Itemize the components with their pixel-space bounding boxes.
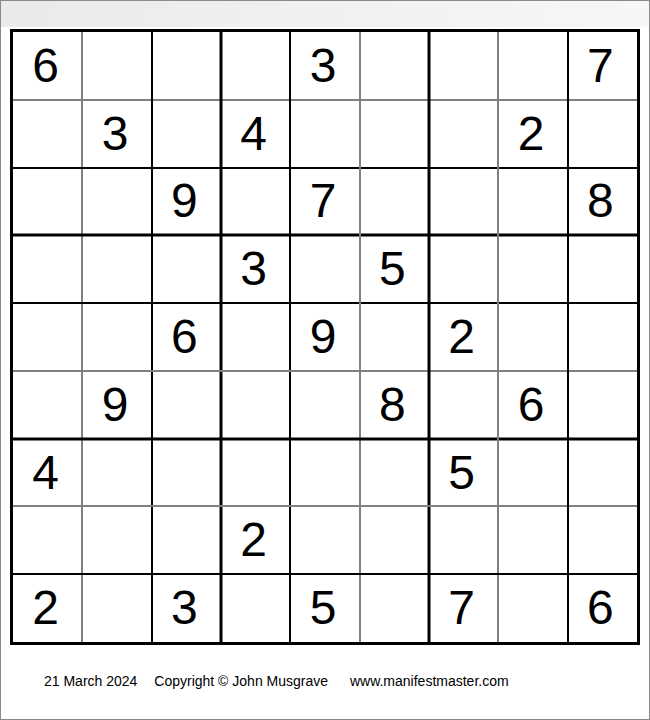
cell-r9c9[interactable]: 6 [568, 574, 637, 642]
given-digit: 6 [587, 584, 614, 632]
cell-r3c1[interactable] [13, 168, 82, 236]
cell-r7c5[interactable] [290, 439, 359, 507]
cell-r2c3[interactable] [152, 100, 221, 168]
cell-r9c4[interactable] [221, 574, 290, 642]
given-digit: 7 [587, 42, 614, 90]
copyright-text: Copyright © John Musgrave [154, 673, 328, 689]
given-digit: 9 [102, 381, 129, 429]
cell-r3c2[interactable] [82, 168, 151, 236]
cell-r8c6[interactable] [360, 506, 429, 574]
cell-r2c5[interactable] [290, 100, 359, 168]
cell-r6c3[interactable] [152, 371, 221, 439]
given-digit: 2 [448, 313, 475, 361]
cell-r3c3[interactable]: 9 [152, 168, 221, 236]
cell-r7c7[interactable]: 5 [429, 439, 498, 507]
given-digit: 3 [240, 245, 267, 293]
given-digit: 4 [240, 110, 267, 158]
cell-r7c1[interactable]: 4 [13, 439, 82, 507]
cell-r4c6[interactable]: 5 [360, 235, 429, 303]
cell-r3c7[interactable] [429, 168, 498, 236]
cell-r4c9[interactable] [568, 235, 637, 303]
cell-r6c6[interactable]: 8 [360, 371, 429, 439]
cell-r8c8[interactable] [498, 506, 567, 574]
cell-r1c7[interactable] [429, 32, 498, 100]
page: 6373429783569298645223576 21 March 2024 … [0, 0, 650, 720]
cell-r7c9[interactable] [568, 439, 637, 507]
cell-r8c3[interactable] [152, 506, 221, 574]
cell-r5c6[interactable] [360, 303, 429, 371]
cell-r9c3[interactable]: 3 [152, 574, 221, 642]
given-digit: 3 [171, 584, 198, 632]
cell-r1c5[interactable]: 3 [290, 32, 359, 100]
given-digit: 5 [310, 584, 337, 632]
cell-r7c8[interactable] [498, 439, 567, 507]
cell-r6c7[interactable] [429, 371, 498, 439]
cell-r5c8[interactable] [498, 303, 567, 371]
given-digit: 3 [310, 42, 337, 90]
cell-r9c8[interactable] [498, 574, 567, 642]
cell-r4c8[interactable] [498, 235, 567, 303]
cell-r5c7[interactable]: 2 [429, 303, 498, 371]
cell-r6c2[interactable]: 9 [82, 371, 151, 439]
cell-r1c1[interactable]: 6 [13, 32, 82, 100]
cell-r8c9[interactable] [568, 506, 637, 574]
cell-r8c4[interactable]: 2 [221, 506, 290, 574]
cell-r2c2[interactable]: 3 [82, 100, 151, 168]
given-digit: 3 [102, 110, 129, 158]
cell-r8c1[interactable] [13, 506, 82, 574]
cell-r3c9[interactable]: 8 [568, 168, 637, 236]
cell-r2c1[interactable] [13, 100, 82, 168]
given-digit: 2 [240, 516, 267, 564]
cell-r4c2[interactable] [82, 235, 151, 303]
top-bar [1, 1, 649, 27]
cell-r8c7[interactable] [429, 506, 498, 574]
cell-r7c6[interactable] [360, 439, 429, 507]
cell-r6c9[interactable] [568, 371, 637, 439]
given-digit: 4 [32, 449, 59, 497]
cell-r6c1[interactable] [13, 371, 82, 439]
given-digit: 2 [518, 110, 545, 158]
cell-r1c2[interactable] [82, 32, 151, 100]
cell-r4c3[interactable] [152, 235, 221, 303]
cell-r5c2[interactable] [82, 303, 151, 371]
cell-r3c6[interactable] [360, 168, 429, 236]
cell-r2c9[interactable] [568, 100, 637, 168]
cell-r1c6[interactable] [360, 32, 429, 100]
website-url: www.manifestmaster.com [350, 673, 509, 689]
cell-r9c5[interactable]: 5 [290, 574, 359, 642]
cell-r9c1[interactable]: 2 [13, 574, 82, 642]
given-digit: 9 [310, 313, 337, 361]
cell-r3c8[interactable] [498, 168, 567, 236]
given-digit: 6 [518, 381, 545, 429]
cell-r2c8[interactable]: 2 [498, 100, 567, 168]
cell-r8c2[interactable] [82, 506, 151, 574]
cell-r8c5[interactable] [290, 506, 359, 574]
cell-r1c4[interactable] [221, 32, 290, 100]
given-digit: 2 [32, 584, 59, 632]
given-digit: 7 [448, 584, 475, 632]
footer: 21 March 2024 Copyright © John Musgrave … [44, 671, 509, 691]
cell-r9c2[interactable] [82, 574, 151, 642]
cell-r5c5[interactable]: 9 [290, 303, 359, 371]
cell-r5c9[interactable] [568, 303, 637, 371]
cell-r1c9[interactable]: 7 [568, 32, 637, 100]
cell-r2c6[interactable] [360, 100, 429, 168]
given-digit: 6 [171, 313, 198, 361]
cell-r4c5[interactable] [290, 235, 359, 303]
cell-r7c4[interactable] [221, 439, 290, 507]
cell-r7c3[interactable] [152, 439, 221, 507]
given-digit: 9 [171, 177, 198, 225]
given-digit: 7 [310, 177, 337, 225]
cell-r2c7[interactable] [429, 100, 498, 168]
cell-r3c4[interactable] [221, 168, 290, 236]
cell-r5c3[interactable]: 6 [152, 303, 221, 371]
cell-r3c5[interactable]: 7 [290, 168, 359, 236]
given-digit: 8 [587, 177, 614, 225]
given-digit: 8 [379, 381, 406, 429]
cell-r1c8[interactable] [498, 32, 567, 100]
cell-r9c6[interactable] [360, 574, 429, 642]
given-digit: 5 [448, 449, 475, 497]
cell-r7c2[interactable] [82, 439, 151, 507]
cell-r9c7[interactable]: 7 [429, 574, 498, 642]
sudoku-cells: 6373429783569298645223576 [13, 32, 637, 642]
cell-r1c3[interactable] [152, 32, 221, 100]
cell-r5c4[interactable] [221, 303, 290, 371]
given-digit: 6 [32, 42, 59, 90]
cell-r4c1[interactable] [13, 235, 82, 303]
cell-r4c4[interactable]: 3 [221, 235, 290, 303]
cell-r5c1[interactable] [13, 303, 82, 371]
puzzle-date: 21 March 2024 [44, 673, 137, 689]
cell-r6c5[interactable] [290, 371, 359, 439]
given-digit: 5 [379, 245, 406, 293]
cell-r6c4[interactable] [221, 371, 290, 439]
cell-r2c4[interactable]: 4 [221, 100, 290, 168]
cell-r4c7[interactable] [429, 235, 498, 303]
cell-r6c8[interactable]: 6 [498, 371, 567, 439]
sudoku-board: 6373429783569298645223576 [10, 29, 640, 645]
